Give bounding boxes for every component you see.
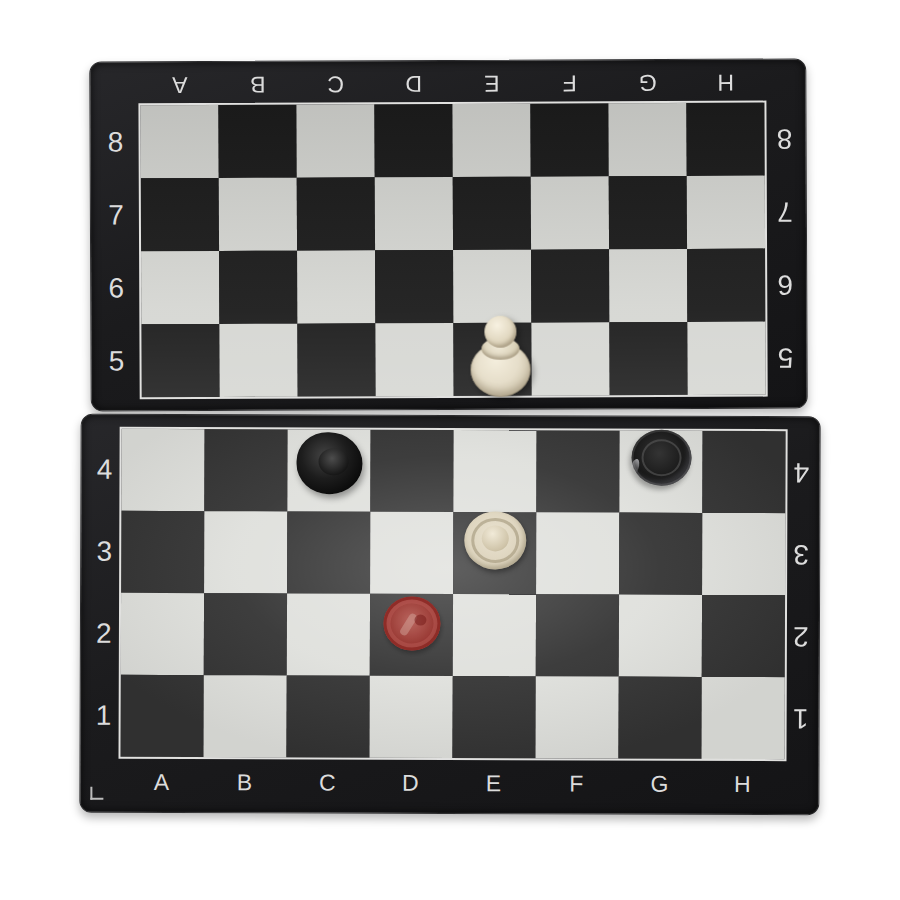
square-h8[interactable] [686, 103, 764, 176]
file-label-c: C [296, 68, 374, 100]
square-f8[interactable] [530, 103, 608, 176]
square-h7[interactable] [687, 176, 765, 249]
square-d3[interactable] [370, 512, 453, 594]
square-e2[interactable] [453, 594, 536, 676]
square-f5[interactable] [531, 322, 609, 395]
rank-labels-top-right: 8765 [768, 102, 801, 394]
file-label-b: B [218, 69, 296, 101]
file-label-d: D [369, 762, 452, 804]
file-label-c: C [286, 761, 369, 803]
square-d5[interactable] [375, 323, 453, 396]
rank-label-3: 3 [787, 513, 815, 595]
pawn-head [484, 315, 516, 347]
rank-label-3: 3 [89, 511, 119, 593]
square-c1[interactable] [287, 675, 370, 757]
square-f2[interactable] [536, 594, 619, 676]
rank-label-8: 8 [768, 102, 800, 175]
rank-label-6: 6 [97, 251, 135, 324]
square-h6[interactable] [687, 249, 765, 322]
file-label-e: E [452, 762, 535, 804]
square-b5[interactable] [219, 324, 297, 397]
board-top-half: ABCDEFGH 8765 8765 [89, 58, 808, 411]
square-c6[interactable] [297, 250, 375, 323]
file-label-g: G [618, 763, 701, 805]
file-label-g: G [608, 67, 686, 99]
square-g1[interactable] [618, 677, 701, 759]
rank-labels-top-left: 8765 [96, 105, 135, 397]
square-c3[interactable] [287, 511, 370, 593]
square-b7[interactable] [219, 178, 297, 251]
square-c2[interactable] [287, 593, 370, 675]
square-a6[interactable] [141, 251, 219, 324]
square-f7[interactable] [531, 176, 609, 249]
square-f1[interactable] [535, 676, 618, 758]
file-label-h: H [701, 763, 784, 805]
square-e4[interactable] [453, 430, 536, 512]
square-a8[interactable] [140, 105, 218, 178]
red-checker-disc-d2[interactable] [383, 596, 440, 650]
square-d1[interactable] [369, 676, 452, 758]
playing-field-bottom [121, 429, 786, 759]
square-g5[interactable] [609, 322, 687, 395]
square-d4[interactable] [370, 430, 453, 512]
square-d6[interactable] [375, 250, 453, 323]
square-b6[interactable] [219, 251, 297, 324]
file-label-e: E [452, 68, 530, 100]
file-label-d: D [374, 68, 452, 100]
rank-label-1: 1 [89, 675, 119, 757]
file-labels-bottom: ABCDEFGH [120, 761, 784, 805]
file-label-f: F [530, 67, 608, 99]
square-a1[interactable] [121, 675, 204, 757]
white-pawn-e5[interactable] [468, 310, 532, 396]
file-label-b: B [203, 761, 286, 803]
file-labels-top: ABCDEFGH [140, 67, 764, 102]
square-e8[interactable] [452, 104, 530, 177]
square-f6[interactable] [531, 249, 609, 322]
rank-label-6: 6 [769, 248, 801, 321]
square-d8[interactable] [374, 104, 452, 177]
square-h1[interactable] [701, 677, 784, 759]
rank-labels-bottom-left: 4321 [89, 429, 120, 757]
square-g8[interactable] [608, 103, 686, 176]
black-pawn-c4[interactable] [296, 432, 362, 494]
rank-label-7: 7 [769, 175, 801, 248]
square-c7[interactable] [297, 177, 375, 250]
square-g3[interactable] [619, 513, 702, 595]
rank-label-5: 5 [769, 321, 801, 394]
square-f4[interactable] [536, 430, 619, 512]
rank-label-7: 7 [97, 178, 135, 251]
file-label-h: H [686, 67, 764, 99]
square-b4[interactable] [204, 429, 287, 511]
square-a3[interactable] [121, 511, 204, 593]
black-checker-disc-g4[interactable] [631, 430, 691, 486]
square-e1[interactable] [452, 676, 535, 758]
square-c8[interactable] [296, 104, 374, 177]
square-g6[interactable] [609, 249, 687, 322]
square-a2[interactable] [121, 593, 204, 675]
square-b2[interactable] [204, 593, 287, 675]
square-d7[interactable] [375, 177, 453, 250]
playing-field-top [140, 103, 765, 398]
square-h3[interactable] [702, 513, 785, 595]
rank-labels-bottom-right: 4321 [786, 431, 815, 759]
rank-label-8: 8 [96, 105, 134, 178]
rank-label-2: 2 [787, 595, 815, 677]
square-a4[interactable] [121, 429, 204, 511]
square-c5[interactable] [297, 323, 375, 396]
square-b3[interactable] [204, 511, 287, 593]
square-e7[interactable] [453, 177, 531, 250]
square-g2[interactable] [619, 595, 702, 677]
white-pawn-e3[interactable] [464, 511, 526, 569]
square-h5[interactable] [687, 322, 765, 395]
rank-label-2: 2 [89, 593, 119, 675]
board-bottom-half: 4321 4321 ABCDEFGH [79, 414, 820, 816]
file-label-f: F [535, 762, 618, 804]
square-g7[interactable] [609, 176, 687, 249]
square-h2[interactable] [702, 595, 785, 677]
rank-label-5: 5 [97, 324, 135, 397]
rank-label-4: 4 [89, 429, 119, 511]
rank-label-4: 4 [787, 431, 815, 513]
square-b1[interactable] [204, 675, 287, 757]
square-a5[interactable] [141, 324, 219, 397]
file-label-a: A [120, 761, 203, 803]
file-label-a: A [140, 69, 218, 101]
square-a7[interactable] [141, 178, 219, 251]
rank-label-1: 1 [786, 677, 814, 759]
square-b8[interactable] [218, 105, 296, 178]
square-h4[interactable] [702, 431, 785, 513]
square-f3[interactable] [536, 512, 619, 594]
